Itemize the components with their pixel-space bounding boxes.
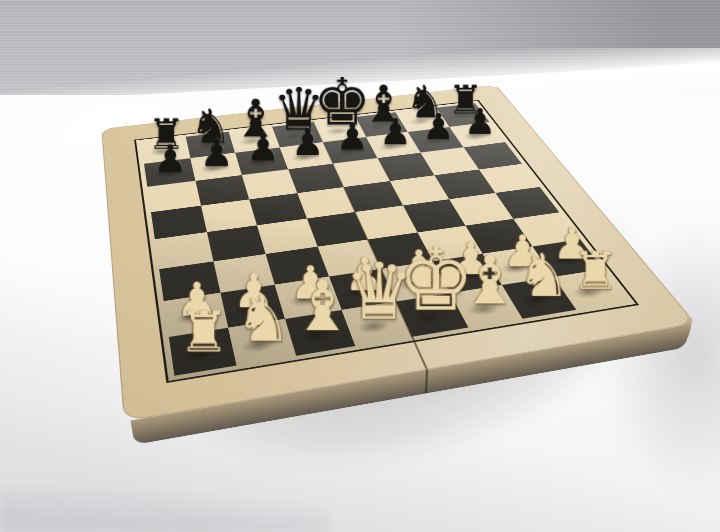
piece-white-knight-b1: ♞ [235,287,292,350]
piece-black-pawn-d7: ♟ [291,124,324,161]
piece-black-pawn-a7: ♟ [153,140,187,178]
piece-white-bishop-c1: ♝ [291,271,353,341]
square-b1: ♞ [228,319,297,366]
piece-black-pawn-g7: ♟ [422,109,454,145]
photo-scene: ♜♞♝♛♚♝♞♜♟♟♟♟♟♟♟♟♟♟♟♟♟♟♟♟♜♞♝♛♚♝♞♜ [0,0,720,532]
fold-seam-front [425,369,429,393]
square-a7: ♟ [144,158,195,187]
piece-white-queen-d1: ♛ [345,254,415,332]
piece-white-rook-h1: ♜ [572,245,619,297]
piece-black-pawn-h7: ♟ [464,104,496,140]
square-a1: ♜ [169,327,236,375]
chess-board: ♜♞♝♛♚♝♞♜♟♟♟♟♟♟♟♟♟♟♟♟♟♟♟♟♜♞♝♛♚♝♞♜ [101,85,696,422]
board-grid: ♜♞♝♛♚♝♞♜♟♟♟♟♟♟♟♟♟♟♟♟♟♟♟♟♜♞♝♛♚♝♞♜ [141,103,628,375]
board-playfield: ♜♞♝♛♚♝♞♜♟♟♟♟♟♟♟♟♟♟♟♟♟♟♟♟♜♞♝♛♚♝♞♜ [134,100,639,383]
square-a4 [155,232,213,269]
piece-white-knight-g1: ♞ [517,246,570,305]
piece-black-pawn-b7: ♟ [200,134,234,172]
piece-black-pawn-e7: ♟ [336,119,369,155]
piece-black-pawn-c7: ♟ [246,129,279,166]
piece-black-pawn-f7: ♟ [379,114,411,150]
piece-white-rook-a1: ♜ [178,304,229,360]
square-c1: ♝ [285,310,355,356]
square-d6 [288,164,344,193]
square-h4 [495,187,559,219]
square-d4 [306,212,367,246]
camera-perspective: ♜♞♝♛♚♝♞♜♟♟♟♟♟♟♟♟♟♟♟♟♟♟♟♟♜♞♝♛♚♝♞♜ [0,0,720,532]
